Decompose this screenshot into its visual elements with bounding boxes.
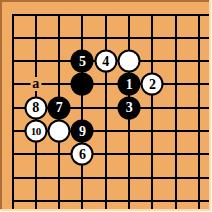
grid-line-vertical xyxy=(105,14,107,212)
stone-move-number: 2 xyxy=(149,77,156,91)
stone-move-number: 9 xyxy=(79,124,86,138)
frame-bevel-bottom xyxy=(0,209,211,211)
stone-move-number: 7 xyxy=(56,101,63,115)
grid-line-horizontal xyxy=(12,153,212,155)
grid-line-vertical xyxy=(175,14,177,212)
white-stone-unlabeled xyxy=(48,120,71,143)
grid-line-horizontal xyxy=(12,83,212,85)
frame-bevel-right xyxy=(209,0,211,211)
frame-bevel-top xyxy=(0,0,211,2)
white-stone-4: 4 xyxy=(94,50,117,73)
white-stone-2: 2 xyxy=(141,73,164,96)
grid-line-vertical xyxy=(151,14,153,212)
stone-move-number: 1 xyxy=(126,77,133,91)
grid-line-horizontal xyxy=(12,14,212,16)
stone-move-number: 3 xyxy=(126,101,133,115)
stone-move-number: 4 xyxy=(102,54,109,68)
white-stone-8: 8 xyxy=(24,96,47,119)
black-stone-1: 1 xyxy=(118,73,141,96)
go-board: a54128731096 xyxy=(0,0,211,211)
white-stone-unlabeled xyxy=(118,50,141,73)
grid-line-vertical xyxy=(198,14,200,212)
white-stone-6: 6 xyxy=(71,143,94,166)
point-label-a: a xyxy=(30,77,41,91)
frame-bevel-left xyxy=(0,0,2,211)
white-stone-10: 10 xyxy=(24,120,47,143)
grid-line-horizontal xyxy=(12,37,212,39)
black-stone-5: 5 xyxy=(71,50,94,73)
grid-line-horizontal xyxy=(12,200,212,202)
grid-line-vertical xyxy=(81,14,83,212)
stone-move-number: 8 xyxy=(32,101,39,115)
grid-line-horizontal xyxy=(12,177,212,179)
grid-line-vertical xyxy=(12,14,14,212)
stone-move-number: 5 xyxy=(79,54,86,68)
black-stone-3: 3 xyxy=(118,96,141,119)
stone-move-number: 6 xyxy=(79,147,86,161)
black-stone-unlabeled xyxy=(71,73,94,96)
black-stone-7: 7 xyxy=(48,96,71,119)
stone-move-number: 10 xyxy=(31,126,41,137)
black-stone-9: 9 xyxy=(71,120,94,143)
go-diagram: a54128731096 xyxy=(0,0,211,211)
